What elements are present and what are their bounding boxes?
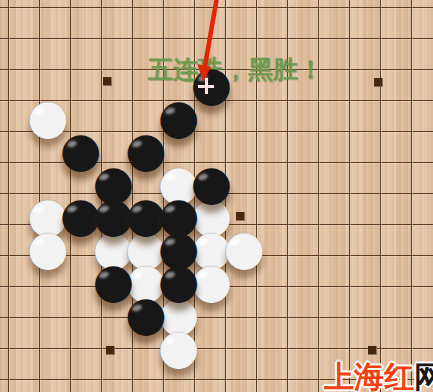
white-stone: ● <box>27 234 57 264</box>
white-stone-glyph: ● <box>27 101 57 131</box>
cursor-crosshair-icon <box>198 78 214 94</box>
black-stone: ● <box>92 201 122 231</box>
watermark-red-text: 上海红 <box>324 360 414 392</box>
black-stone: ● <box>60 136 90 166</box>
black-stone: ● <box>125 300 155 330</box>
star-point <box>374 78 383 87</box>
watermark: 上海红网 <box>324 362 433 392</box>
black-stone-glyph: ● <box>92 265 122 295</box>
black-stone-glyph: ● <box>125 199 155 229</box>
black-stone-glyph: ● <box>92 199 122 229</box>
black-stone: ● <box>125 201 155 231</box>
win-banner-text: 五连珠，黑胜！ <box>148 53 323 86</box>
black-stone: ● <box>60 201 90 231</box>
black-stone-glyph: ● <box>60 199 90 229</box>
white-stone-glyph: ● <box>27 232 57 262</box>
black-stone: ● <box>92 267 122 297</box>
star-point <box>103 77 112 86</box>
black-stone-glyph: ● <box>125 298 155 328</box>
watermark-dark-text: 网 <box>414 360 433 392</box>
gomoku-board[interactable]: 五连珠，黑胜！ ●●●●●●●●●●●●●●●●●●●●●●●●●●● 上海红网 <box>0 0 433 392</box>
star-point <box>368 346 377 355</box>
white-stone: ● <box>27 103 57 133</box>
star-point <box>106 346 115 355</box>
black-stone-glyph: ● <box>60 134 90 164</box>
